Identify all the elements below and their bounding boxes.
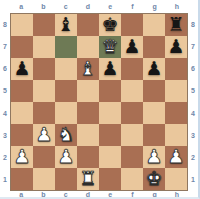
square-b8[interactable] (33, 14, 55, 36)
square-e2[interactable] (99, 146, 121, 168)
file-label-a: a (10, 0, 32, 12)
file-label-f: f (121, 0, 143, 12)
square-g2[interactable]: ♟ (143, 146, 165, 168)
rank-label-2: 2 (0, 147, 10, 169)
square-g3[interactable] (143, 124, 165, 146)
square-f6[interactable] (121, 58, 143, 80)
rank-labels-right: 87654321 (188, 13, 198, 191)
chess-board: ♝♚♜♛♟♟♟♝♟♟♟♞♟♟♟♟♜♚ (10, 13, 188, 191)
square-f7[interactable]: ♟ (121, 36, 143, 58)
white-pawn-g2[interactable]: ♟ (145, 147, 162, 166)
rank-label-6: 6 (188, 58, 198, 80)
rank-label-1: 1 (0, 169, 10, 191)
square-a1[interactable] (11, 168, 33, 190)
white-pawn-a2[interactable]: ♟ (13, 147, 30, 166)
square-c4[interactable] (55, 102, 77, 124)
black-pawn-e6[interactable]: ♟ (101, 59, 118, 78)
rank-label-7: 7 (0, 35, 10, 57)
file-labels-top: abcdefgh (10, 0, 188, 12)
square-d8[interactable] (77, 14, 99, 36)
square-g8[interactable] (143, 14, 165, 36)
white-king-g1[interactable]: ♚ (145, 169, 162, 188)
square-b6[interactable] (33, 58, 55, 80)
square-a4[interactable] (11, 102, 33, 124)
rank-label-4: 4 (0, 102, 10, 124)
white-bishop-d6[interactable]: ♝ (79, 59, 96, 78)
square-f8[interactable] (121, 14, 143, 36)
square-c5[interactable] (55, 80, 77, 102)
square-a7[interactable] (11, 36, 33, 58)
square-c8[interactable]: ♝ (55, 14, 77, 36)
square-e4[interactable] (99, 102, 121, 124)
rank-label-5: 5 (0, 80, 10, 102)
square-e7[interactable]: ♛ (99, 36, 121, 58)
square-h6[interactable] (165, 58, 187, 80)
rank-label-8: 8 (188, 13, 198, 35)
square-d6[interactable]: ♝ (77, 58, 99, 80)
file-label-c: c (55, 190, 77, 198)
black-rook-h8[interactable]: ♜ (167, 15, 184, 34)
square-d2[interactable] (77, 146, 99, 168)
file-label-d: d (77, 190, 99, 198)
white-rook-d1[interactable]: ♜ (79, 169, 96, 188)
file-label-e: e (99, 190, 121, 198)
square-b2[interactable] (33, 146, 55, 168)
rank-label-2: 2 (188, 147, 198, 169)
square-c6[interactable] (55, 58, 77, 80)
rank-label-5: 5 (188, 80, 198, 102)
square-d7[interactable] (77, 36, 99, 58)
file-label-a: a (10, 190, 32, 198)
file-label-h: h (166, 0, 188, 12)
rank-label-3: 3 (0, 124, 10, 146)
white-pawn-h2[interactable]: ♟ (167, 147, 184, 166)
file-label-g: g (144, 0, 166, 12)
square-c1[interactable] (55, 168, 77, 190)
square-b1[interactable] (33, 168, 55, 190)
file-label-f: f (121, 190, 143, 198)
square-h3[interactable] (165, 124, 187, 146)
white-queen-e7[interactable]: ♛ (101, 37, 118, 56)
square-c2[interactable]: ♟ (55, 146, 77, 168)
square-d4[interactable] (77, 102, 99, 124)
square-f1[interactable] (121, 168, 143, 190)
black-pawn-h7[interactable]: ♟ (167, 37, 184, 56)
rank-label-6: 6 (0, 58, 10, 80)
square-g7[interactable] (143, 36, 165, 58)
square-b3[interactable]: ♟ (33, 124, 55, 146)
square-a3[interactable] (11, 124, 33, 146)
square-b4[interactable] (33, 102, 55, 124)
square-d1[interactable]: ♜ (77, 168, 99, 190)
file-labels-bottom: abcdefgh (10, 190, 188, 198)
square-e8[interactable]: ♚ (99, 14, 121, 36)
file-label-d: d (77, 0, 99, 12)
square-d5[interactable] (77, 80, 99, 102)
rank-label-4: 4 (188, 102, 198, 124)
white-pawn-c2[interactable]: ♟ (57, 147, 74, 166)
file-label-c: c (55, 0, 77, 12)
square-f2[interactable] (121, 146, 143, 168)
square-h5[interactable] (165, 80, 187, 102)
file-label-b: b (32, 0, 54, 12)
square-c7[interactable] (55, 36, 77, 58)
white-pawn-b3[interactable]: ♟ (35, 125, 52, 144)
file-label-h: h (166, 190, 188, 198)
square-h1[interactable] (165, 168, 187, 190)
black-pawn-g6[interactable]: ♟ (145, 59, 162, 78)
rank-label-7: 7 (188, 35, 198, 57)
rank-label-1: 1 (188, 169, 198, 191)
file-label-e: e (99, 0, 121, 12)
black-pawn-f7[interactable]: ♟ (123, 37, 140, 56)
square-b7[interactable] (33, 36, 55, 58)
square-e1[interactable] (99, 168, 121, 190)
square-g6[interactable]: ♟ (143, 58, 165, 80)
rank-label-8: 8 (0, 13, 10, 35)
square-b5[interactable] (33, 80, 55, 102)
square-h8[interactable]: ♜ (165, 14, 187, 36)
square-d3[interactable] (77, 124, 99, 146)
square-h7[interactable]: ♟ (165, 36, 187, 58)
black-king-e8[interactable]: ♚ (101, 15, 118, 34)
square-f3[interactable] (121, 124, 143, 146)
square-f5[interactable] (121, 80, 143, 102)
square-a2[interactable]: ♟ (11, 146, 33, 168)
square-g5[interactable] (143, 80, 165, 102)
square-e6[interactable]: ♟ (99, 58, 121, 80)
black-pawn-a6[interactable]: ♟ (13, 59, 30, 78)
rank-labels-left: 87654321 (0, 13, 10, 191)
square-e5[interactable] (99, 80, 121, 102)
black-bishop-c8[interactable]: ♝ (57, 15, 74, 34)
square-c3[interactable]: ♞ (55, 124, 77, 146)
square-a8[interactable] (11, 14, 33, 36)
file-label-g: g (144, 190, 166, 198)
chess-board-window: abcdefgh 87654321 87654321 abcdefgh ♝♚♜♛… (0, 0, 200, 199)
white-knight-c3[interactable]: ♞ (57, 125, 74, 144)
square-h2[interactable]: ♟ (165, 146, 187, 168)
square-g1[interactable]: ♚ (143, 168, 165, 190)
square-a5[interactable] (11, 80, 33, 102)
square-h4[interactable] (165, 102, 187, 124)
file-label-b: b (32, 190, 54, 198)
square-g4[interactable] (143, 102, 165, 124)
square-e3[interactable] (99, 124, 121, 146)
square-a6[interactable]: ♟ (11, 58, 33, 80)
square-f4[interactable] (121, 102, 143, 124)
rank-label-3: 3 (188, 124, 198, 146)
